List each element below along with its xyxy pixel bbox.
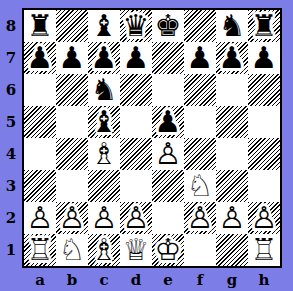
- piece-white-king[interactable]: ♚♔: [152, 234, 184, 266]
- square-c2[interactable]: ♟♙: [88, 202, 120, 234]
- piece-outline-layer: ♙: [216, 202, 248, 234]
- square-a2[interactable]: ♟♙: [24, 202, 56, 234]
- file-label-h: h: [248, 271, 280, 291]
- chess-board: ♜♝♛♚♞♜♟♟♟♟♟♟♟♞♝♟♝♗♟♙♞♘♟♙♟♙♟♙♟♙♟♙♟♙♟♙♜♖♞♘…: [22, 8, 282, 268]
- piece-white-pawn[interactable]: ♟♙: [120, 202, 152, 234]
- piece-fill-layer: ♟: [184, 42, 216, 74]
- square-e3[interactable]: [152, 170, 184, 202]
- piece-outline-layer: ♕: [120, 234, 152, 266]
- square-e4[interactable]: ♟♙: [152, 138, 184, 170]
- square-d3[interactable]: [120, 170, 152, 202]
- file-labels: abcdefgh: [24, 271, 280, 291]
- piece-white-pawn[interactable]: ♟♙: [184, 202, 216, 234]
- piece-black-pawn[interactable]: ♟: [184, 42, 216, 74]
- piece-black-pawn[interactable]: ♟: [120, 42, 152, 74]
- piece-white-pawn[interactable]: ♟♙: [24, 202, 56, 234]
- square-c4[interactable]: ♝♗: [88, 138, 120, 170]
- square-g1[interactable]: [216, 234, 248, 266]
- piece-fill-layer: ♟: [152, 106, 184, 138]
- piece-outline-layer: ♘: [56, 234, 88, 266]
- square-f8[interactable]: [184, 10, 216, 42]
- square-c6[interactable]: ♞: [88, 74, 120, 106]
- square-b4[interactable]: [56, 138, 88, 170]
- file-label-c: c: [88, 271, 120, 291]
- piece-black-knight[interactable]: ♞: [216, 10, 248, 42]
- piece-black-pawn[interactable]: ♟: [56, 42, 88, 74]
- square-e5[interactable]: ♟: [152, 106, 184, 138]
- piece-white-knight[interactable]: ♞♘: [56, 234, 88, 266]
- piece-black-pawn[interactable]: ♟: [216, 42, 248, 74]
- square-f7[interactable]: ♟: [184, 42, 216, 74]
- piece-black-knight[interactable]: ♞: [88, 74, 120, 106]
- square-h8[interactable]: ♜: [248, 10, 280, 42]
- square-g6[interactable]: [216, 74, 248, 106]
- square-c1[interactable]: ♝♗: [88, 234, 120, 266]
- piece-fill-layer: ♛: [120, 10, 152, 42]
- piece-outline-layer: ♙: [24, 202, 56, 234]
- piece-white-pawn[interactable]: ♟♙: [248, 202, 280, 234]
- piece-white-pawn[interactable]: ♟♙: [152, 138, 184, 170]
- piece-black-king[interactable]: ♚: [152, 10, 184, 42]
- piece-outline-layer: ♙: [120, 202, 152, 234]
- square-d4[interactable]: [120, 138, 152, 170]
- rank-label-5: 5: [0, 106, 22, 138]
- square-h5[interactable]: [248, 106, 280, 138]
- piece-fill-layer: ♜: [248, 10, 280, 42]
- file-label-a: a: [24, 271, 56, 291]
- piece-fill-layer: ♟: [24, 42, 56, 74]
- square-c5[interactable]: ♝: [88, 106, 120, 138]
- square-h1[interactable]: ♜♖: [248, 234, 280, 266]
- square-a1[interactable]: ♜♖: [24, 234, 56, 266]
- piece-outline-layer: ♘: [184, 170, 216, 202]
- square-c3[interactable]: [88, 170, 120, 202]
- square-f2[interactable]: ♟♙: [184, 202, 216, 234]
- square-g4[interactable]: [216, 138, 248, 170]
- piece-white-pawn[interactable]: ♟♙: [88, 202, 120, 234]
- square-b7[interactable]: ♟: [56, 42, 88, 74]
- square-g2[interactable]: ♟♙: [216, 202, 248, 234]
- rank-labels: 87654321: [0, 10, 22, 266]
- piece-white-pawn[interactable]: ♟♙: [216, 202, 248, 234]
- rank-label-3: 3: [0, 170, 22, 202]
- rank-label-4: 4: [0, 138, 22, 170]
- square-h7[interactable]: ♟: [248, 42, 280, 74]
- square-h2[interactable]: ♟♙: [248, 202, 280, 234]
- piece-fill-layer: ♞: [88, 74, 120, 106]
- piece-outline-layer: ♙: [248, 202, 280, 234]
- rank-label-6: 6: [0, 74, 22, 106]
- piece-white-queen[interactable]: ♛♕: [120, 234, 152, 266]
- piece-black-bishop[interactable]: ♝: [88, 10, 120, 42]
- file-label-d: d: [120, 271, 152, 291]
- piece-black-pawn[interactable]: ♟: [248, 42, 280, 74]
- piece-white-knight[interactable]: ♞♘: [184, 170, 216, 202]
- square-a4[interactable]: [24, 138, 56, 170]
- rank-label-8: 8: [0, 10, 22, 42]
- piece-black-rook[interactable]: ♜: [24, 10, 56, 42]
- square-a8[interactable]: ♜: [24, 10, 56, 42]
- piece-black-pawn[interactable]: ♟: [88, 42, 120, 74]
- square-g5[interactable]: [216, 106, 248, 138]
- square-a3[interactable]: [24, 170, 56, 202]
- piece-black-rook[interactable]: ♜: [248, 10, 280, 42]
- square-b8[interactable]: [56, 10, 88, 42]
- piece-black-pawn[interactable]: ♟: [152, 106, 184, 138]
- rank-label-7: 7: [0, 42, 22, 74]
- piece-white-pawn[interactable]: ♟♙: [56, 202, 88, 234]
- piece-fill-layer: ♝: [88, 10, 120, 42]
- piece-white-rook[interactable]: ♜♖: [24, 234, 56, 266]
- piece-outline-layer: ♗: [88, 234, 120, 266]
- piece-outline-layer: ♙: [88, 202, 120, 234]
- square-a7[interactable]: ♟: [24, 42, 56, 74]
- piece-fill-layer: ♟: [56, 42, 88, 74]
- file-label-f: f: [184, 271, 216, 291]
- square-e1[interactable]: ♚♔: [152, 234, 184, 266]
- piece-black-bishop[interactable]: ♝: [88, 106, 120, 138]
- file-label-b: b: [56, 271, 88, 291]
- piece-black-queen[interactable]: ♛: [120, 10, 152, 42]
- square-c7[interactable]: ♟: [88, 42, 120, 74]
- square-b3[interactable]: [56, 170, 88, 202]
- square-f3[interactable]: ♞♘: [184, 170, 216, 202]
- piece-fill-layer: ♟: [120, 42, 152, 74]
- piece-outline-layer: ♖: [24, 234, 56, 266]
- square-d1[interactable]: ♛♕: [120, 234, 152, 266]
- square-b5[interactable]: [56, 106, 88, 138]
- piece-black-pawn[interactable]: ♟: [24, 42, 56, 74]
- square-f5[interactable]: [184, 106, 216, 138]
- file-label-e: e: [152, 271, 184, 291]
- square-d5[interactable]: [120, 106, 152, 138]
- chess-diagram: 87654321 ♜♝♛♚♞♜♟♟♟♟♟♟♟♞♝♟♝♗♟♙♞♘♟♙♟♙♟♙♟♙♟…: [0, 0, 293, 291]
- piece-outline-layer: ♗: [88, 138, 120, 170]
- square-e8[interactable]: ♚: [152, 10, 184, 42]
- square-c8[interactable]: ♝: [88, 10, 120, 42]
- square-e2[interactable]: [152, 202, 184, 234]
- piece-fill-layer: ♚: [152, 10, 184, 42]
- square-f4[interactable]: [184, 138, 216, 170]
- square-d2[interactable]: ♟♙: [120, 202, 152, 234]
- piece-fill-layer: ♜: [24, 10, 56, 42]
- rank-label-1: 1: [0, 234, 22, 266]
- piece-white-bishop[interactable]: ♝♗: [88, 234, 120, 266]
- square-h6[interactable]: [248, 74, 280, 106]
- square-f1[interactable]: [184, 234, 216, 266]
- piece-white-bishop[interactable]: ♝♗: [88, 138, 120, 170]
- piece-outline-layer: ♙: [184, 202, 216, 234]
- square-a6[interactable]: [24, 74, 56, 106]
- square-a5[interactable]: [24, 106, 56, 138]
- piece-outline-layer: ♔: [152, 234, 184, 266]
- square-h4[interactable]: [248, 138, 280, 170]
- piece-outline-layer: ♖: [248, 234, 280, 266]
- piece-fill-layer: ♟: [216, 42, 248, 74]
- square-b2[interactable]: ♟♙: [56, 202, 88, 234]
- square-f6[interactable]: [184, 74, 216, 106]
- square-e6[interactable]: [152, 74, 184, 106]
- piece-fill-layer: ♞: [216, 10, 248, 42]
- square-d6[interactable]: [120, 74, 152, 106]
- square-d8[interactable]: ♛: [120, 10, 152, 42]
- piece-fill-layer: ♟: [88, 42, 120, 74]
- square-e7[interactable]: [152, 42, 184, 74]
- piece-white-rook[interactable]: ♜♖: [248, 234, 280, 266]
- square-h3[interactable]: [248, 170, 280, 202]
- piece-fill-layer: ♝: [88, 106, 120, 138]
- square-g7[interactable]: ♟: [216, 42, 248, 74]
- square-b6[interactable]: [56, 74, 88, 106]
- file-label-g: g: [216, 271, 248, 291]
- piece-outline-layer: ♙: [152, 138, 184, 170]
- square-d7[interactable]: ♟: [120, 42, 152, 74]
- piece-fill-layer: ♟: [248, 42, 280, 74]
- square-g8[interactable]: ♞: [216, 10, 248, 42]
- piece-outline-layer: ♙: [56, 202, 88, 234]
- rank-label-2: 2: [0, 202, 22, 234]
- square-b1[interactable]: ♞♘: [56, 234, 88, 266]
- square-g3[interactable]: [216, 170, 248, 202]
